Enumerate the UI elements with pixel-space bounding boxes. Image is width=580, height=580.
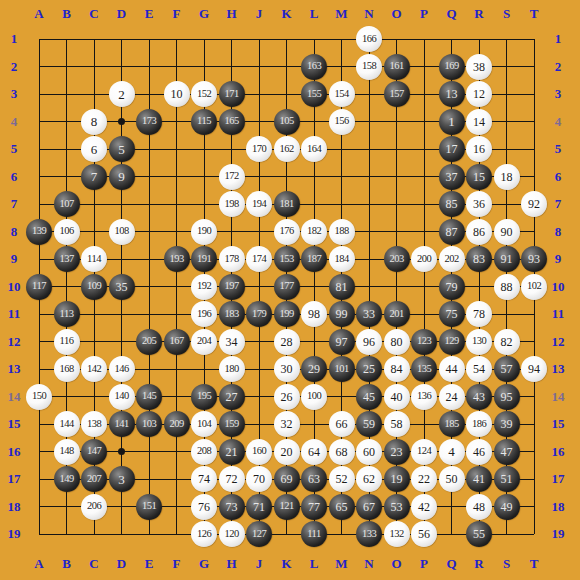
point-L11[interactable]: 98 xyxy=(300,300,328,328)
point-B17[interactable]: 149 xyxy=(53,465,81,493)
point-G11[interactable]: 196 xyxy=(190,300,218,328)
point-C15[interactable]: 138 xyxy=(80,410,108,438)
point-Q5[interactable]: 17 xyxy=(438,135,466,163)
point-E5[interactable] xyxy=(135,135,163,163)
point-B18[interactable] xyxy=(53,493,81,521)
point-K5[interactable]: 162 xyxy=(273,135,301,163)
point-R19[interactable]: 55 xyxy=(465,520,493,548)
point-L13[interactable]: 29 xyxy=(300,355,328,383)
point-O6[interactable] xyxy=(383,163,411,191)
point-B7[interactable]: 107 xyxy=(53,190,81,218)
point-C11[interactable] xyxy=(80,300,108,328)
point-F2[interactable] xyxy=(163,53,191,81)
point-J8[interactable] xyxy=(245,218,273,246)
point-D17[interactable]: 3 xyxy=(108,465,136,493)
point-H5[interactable] xyxy=(218,135,246,163)
point-K8[interactable]: 176 xyxy=(273,218,301,246)
point-P18[interactable]: 42 xyxy=(410,493,438,521)
point-B9[interactable]: 137 xyxy=(53,245,81,273)
point-O9[interactable]: 203 xyxy=(383,245,411,273)
point-L3[interactable]: 155 xyxy=(300,80,328,108)
point-J6[interactable] xyxy=(245,163,273,191)
point-N17[interactable]: 62 xyxy=(355,465,383,493)
point-O3[interactable]: 157 xyxy=(383,80,411,108)
point-A10[interactable]: 117 xyxy=(25,273,53,301)
point-C13[interactable]: 142 xyxy=(80,355,108,383)
point-H10[interactable]: 197 xyxy=(218,273,246,301)
point-A4[interactable] xyxy=(25,108,53,136)
point-F18[interactable] xyxy=(163,493,191,521)
point-E7[interactable] xyxy=(135,190,163,218)
point-G17[interactable]: 74 xyxy=(190,465,218,493)
point-J12[interactable] xyxy=(245,328,273,356)
point-D6[interactable]: 9 xyxy=(108,163,136,191)
point-J9[interactable]: 174 xyxy=(245,245,273,273)
point-C10[interactable]: 109 xyxy=(80,273,108,301)
point-E1[interactable] xyxy=(135,25,163,53)
point-P15[interactable] xyxy=(410,410,438,438)
point-P4[interactable] xyxy=(410,108,438,136)
point-S8[interactable]: 90 xyxy=(493,218,521,246)
point-A14[interactable]: 150 xyxy=(25,383,53,411)
point-G4[interactable]: 115 xyxy=(190,108,218,136)
point-Q13[interactable]: 44 xyxy=(438,355,466,383)
point-A15[interactable] xyxy=(25,410,53,438)
point-G5[interactable] xyxy=(190,135,218,163)
point-Q3[interactable]: 13 xyxy=(438,80,466,108)
point-B1[interactable] xyxy=(53,25,81,53)
point-S9[interactable]: 91 xyxy=(493,245,521,273)
point-T6[interactable] xyxy=(520,163,548,191)
point-R16[interactable]: 46 xyxy=(465,438,493,466)
point-P17[interactable]: 22 xyxy=(410,465,438,493)
point-L2[interactable]: 163 xyxy=(300,53,328,81)
point-D19[interactable] xyxy=(108,520,136,548)
point-B6[interactable] xyxy=(53,163,81,191)
point-O8[interactable] xyxy=(383,218,411,246)
point-S14[interactable]: 95 xyxy=(493,383,521,411)
point-F1[interactable] xyxy=(163,25,191,53)
point-B8[interactable]: 106 xyxy=(53,218,81,246)
point-C2[interactable] xyxy=(80,53,108,81)
point-G12[interactable]: 204 xyxy=(190,328,218,356)
point-B16[interactable]: 148 xyxy=(53,438,81,466)
point-S5[interactable] xyxy=(493,135,521,163)
point-A5[interactable] xyxy=(25,135,53,163)
point-T8[interactable] xyxy=(520,218,548,246)
point-B12[interactable]: 116 xyxy=(53,328,81,356)
point-M18[interactable]: 65 xyxy=(328,493,356,521)
point-Q6[interactable]: 37 xyxy=(438,163,466,191)
point-R12[interactable]: 130 xyxy=(465,328,493,356)
point-F15[interactable]: 209 xyxy=(163,410,191,438)
point-T17[interactable] xyxy=(520,465,548,493)
point-B2[interactable] xyxy=(53,53,81,81)
point-D9[interactable] xyxy=(108,245,136,273)
point-A8[interactable]: 139 xyxy=(25,218,53,246)
point-H19[interactable]: 120 xyxy=(218,520,246,548)
point-T19[interactable] xyxy=(520,520,548,548)
point-K6[interactable] xyxy=(273,163,301,191)
point-Q12[interactable]: 129 xyxy=(438,328,466,356)
point-M2[interactable] xyxy=(328,53,356,81)
point-S3[interactable] xyxy=(493,80,521,108)
point-J11[interactable]: 179 xyxy=(245,300,273,328)
point-R6[interactable]: 15 xyxy=(465,163,493,191)
point-H13[interactable]: 180 xyxy=(218,355,246,383)
point-T3[interactable] xyxy=(520,80,548,108)
point-D8[interactable]: 108 xyxy=(108,218,136,246)
point-B11[interactable]: 113 xyxy=(53,300,81,328)
point-D15[interactable]: 141 xyxy=(108,410,136,438)
point-M17[interactable]: 52 xyxy=(328,465,356,493)
point-C19[interactable] xyxy=(80,520,108,548)
point-O2[interactable]: 161 xyxy=(383,53,411,81)
point-K10[interactable]: 177 xyxy=(273,273,301,301)
point-E13[interactable] xyxy=(135,355,163,383)
point-M8[interactable]: 188 xyxy=(328,218,356,246)
point-C1[interactable] xyxy=(80,25,108,53)
point-R15[interactable]: 186 xyxy=(465,410,493,438)
point-M1[interactable] xyxy=(328,25,356,53)
point-S17[interactable]: 51 xyxy=(493,465,521,493)
point-Q16[interactable]: 4 xyxy=(438,438,466,466)
point-A17[interactable] xyxy=(25,465,53,493)
point-G8[interactable]: 190 xyxy=(190,218,218,246)
point-H3[interactable]: 171 xyxy=(218,80,246,108)
point-J2[interactable] xyxy=(245,53,273,81)
point-S2[interactable] xyxy=(493,53,521,81)
point-A13[interactable] xyxy=(25,355,53,383)
point-F19[interactable] xyxy=(163,520,191,548)
point-C4[interactable]: 8 xyxy=(80,108,108,136)
point-S16[interactable]: 47 xyxy=(493,438,521,466)
point-G10[interactable]: 192 xyxy=(190,273,218,301)
point-N16[interactable]: 60 xyxy=(355,438,383,466)
point-C9[interactable]: 114 xyxy=(80,245,108,273)
point-Q9[interactable]: 202 xyxy=(438,245,466,273)
point-S6[interactable]: 18 xyxy=(493,163,521,191)
point-L17[interactable]: 63 xyxy=(300,465,328,493)
point-F16[interactable] xyxy=(163,438,191,466)
point-H2[interactable] xyxy=(218,53,246,81)
point-B3[interactable] xyxy=(53,80,81,108)
point-N6[interactable] xyxy=(355,163,383,191)
point-C5[interactable]: 6 xyxy=(80,135,108,163)
point-L7[interactable] xyxy=(300,190,328,218)
point-B14[interactable] xyxy=(53,383,81,411)
point-J10[interactable] xyxy=(245,273,273,301)
point-O18[interactable]: 53 xyxy=(383,493,411,521)
point-K18[interactable]: 121 xyxy=(273,493,301,521)
point-R3[interactable]: 12 xyxy=(465,80,493,108)
point-G3[interactable]: 152 xyxy=(190,80,218,108)
point-K17[interactable]: 69 xyxy=(273,465,301,493)
point-M4[interactable]: 156 xyxy=(328,108,356,136)
point-Q15[interactable]: 185 xyxy=(438,410,466,438)
point-E15[interactable]: 103 xyxy=(135,410,163,438)
point-E3[interactable] xyxy=(135,80,163,108)
point-R5[interactable]: 16 xyxy=(465,135,493,163)
point-D14[interactable]: 140 xyxy=(108,383,136,411)
point-M12[interactable]: 97 xyxy=(328,328,356,356)
point-H4[interactable]: 165 xyxy=(218,108,246,136)
point-N5[interactable] xyxy=(355,135,383,163)
point-S11[interactable] xyxy=(493,300,521,328)
point-L9[interactable]: 187 xyxy=(300,245,328,273)
point-G2[interactable] xyxy=(190,53,218,81)
point-F9[interactable]: 193 xyxy=(163,245,191,273)
point-F13[interactable] xyxy=(163,355,191,383)
point-D12[interactable] xyxy=(108,328,136,356)
point-L5[interactable]: 164 xyxy=(300,135,328,163)
point-E14[interactable]: 145 xyxy=(135,383,163,411)
point-O13[interactable]: 84 xyxy=(383,355,411,383)
point-F3[interactable]: 10 xyxy=(163,80,191,108)
point-O4[interactable] xyxy=(383,108,411,136)
point-O11[interactable]: 201 xyxy=(383,300,411,328)
point-O14[interactable]: 40 xyxy=(383,383,411,411)
point-K16[interactable]: 20 xyxy=(273,438,301,466)
point-P13[interactable]: 135 xyxy=(410,355,438,383)
point-K4[interactable]: 105 xyxy=(273,108,301,136)
point-H9[interactable]: 178 xyxy=(218,245,246,273)
point-P14[interactable]: 136 xyxy=(410,383,438,411)
point-A9[interactable] xyxy=(25,245,53,273)
point-K12[interactable]: 28 xyxy=(273,328,301,356)
point-D3[interactable]: 2 xyxy=(108,80,136,108)
point-A3[interactable] xyxy=(25,80,53,108)
point-E11[interactable] xyxy=(135,300,163,328)
point-N12[interactable]: 96 xyxy=(355,328,383,356)
point-L16[interactable]: 64 xyxy=(300,438,328,466)
point-T4[interactable] xyxy=(520,108,548,136)
point-E6[interactable] xyxy=(135,163,163,191)
point-Q17[interactable]: 50 xyxy=(438,465,466,493)
point-K1[interactable] xyxy=(273,25,301,53)
point-E2[interactable] xyxy=(135,53,163,81)
point-H6[interactable]: 172 xyxy=(218,163,246,191)
point-E4[interactable]: 173 xyxy=(135,108,163,136)
point-G13[interactable] xyxy=(190,355,218,383)
point-K15[interactable]: 32 xyxy=(273,410,301,438)
point-T14[interactable] xyxy=(520,383,548,411)
point-J19[interactable]: 127 xyxy=(245,520,273,548)
point-E19[interactable] xyxy=(135,520,163,548)
point-D16[interactable] xyxy=(108,438,136,466)
point-C12[interactable] xyxy=(80,328,108,356)
point-M19[interactable] xyxy=(328,520,356,548)
point-F10[interactable] xyxy=(163,273,191,301)
point-J15[interactable] xyxy=(245,410,273,438)
point-M7[interactable] xyxy=(328,190,356,218)
point-R18[interactable]: 48 xyxy=(465,493,493,521)
point-E8[interactable] xyxy=(135,218,163,246)
point-R7[interactable]: 36 xyxy=(465,190,493,218)
point-Q2[interactable]: 169 xyxy=(438,53,466,81)
point-A16[interactable] xyxy=(25,438,53,466)
point-N1[interactable]: 166 xyxy=(355,25,383,53)
point-C14[interactable] xyxy=(80,383,108,411)
point-K19[interactable] xyxy=(273,520,301,548)
point-B19[interactable] xyxy=(53,520,81,548)
point-O10[interactable] xyxy=(383,273,411,301)
point-M15[interactable]: 66 xyxy=(328,410,356,438)
point-M6[interactable] xyxy=(328,163,356,191)
point-P11[interactable] xyxy=(410,300,438,328)
point-M9[interactable]: 184 xyxy=(328,245,356,273)
point-L4[interactable] xyxy=(300,108,328,136)
point-F11[interactable] xyxy=(163,300,191,328)
point-Q19[interactable] xyxy=(438,520,466,548)
point-G6[interactable] xyxy=(190,163,218,191)
point-N2[interactable]: 158 xyxy=(355,53,383,81)
point-E17[interactable] xyxy=(135,465,163,493)
point-Q8[interactable]: 87 xyxy=(438,218,466,246)
point-R8[interactable]: 86 xyxy=(465,218,493,246)
point-M3[interactable]: 154 xyxy=(328,80,356,108)
point-Q7[interactable]: 85 xyxy=(438,190,466,218)
point-N3[interactable] xyxy=(355,80,383,108)
point-Q10[interactable]: 79 xyxy=(438,273,466,301)
point-G18[interactable]: 76 xyxy=(190,493,218,521)
point-L15[interactable] xyxy=(300,410,328,438)
point-N13[interactable]: 25 xyxy=(355,355,383,383)
point-J1[interactable] xyxy=(245,25,273,53)
point-M13[interactable]: 101 xyxy=(328,355,356,383)
point-Q4[interactable]: 1 xyxy=(438,108,466,136)
point-K9[interactable]: 153 xyxy=(273,245,301,273)
point-L1[interactable] xyxy=(300,25,328,53)
point-S19[interactable] xyxy=(493,520,521,548)
point-D7[interactable] xyxy=(108,190,136,218)
point-R13[interactable]: 54 xyxy=(465,355,493,383)
point-R14[interactable]: 43 xyxy=(465,383,493,411)
point-T1[interactable] xyxy=(520,25,548,53)
point-A18[interactable] xyxy=(25,493,53,521)
point-M11[interactable]: 99 xyxy=(328,300,356,328)
point-T2[interactable] xyxy=(520,53,548,81)
point-S1[interactable] xyxy=(493,25,521,53)
point-N18[interactable]: 67 xyxy=(355,493,383,521)
point-S12[interactable]: 82 xyxy=(493,328,521,356)
point-A7[interactable] xyxy=(25,190,53,218)
point-N10[interactable] xyxy=(355,273,383,301)
point-O19[interactable]: 132 xyxy=(383,520,411,548)
point-P19[interactable]: 56 xyxy=(410,520,438,548)
point-N8[interactable] xyxy=(355,218,383,246)
point-L6[interactable] xyxy=(300,163,328,191)
point-B13[interactable]: 168 xyxy=(53,355,81,383)
point-H12[interactable]: 34 xyxy=(218,328,246,356)
point-D2[interactable] xyxy=(108,53,136,81)
point-R11[interactable]: 78 xyxy=(465,300,493,328)
point-H7[interactable]: 198 xyxy=(218,190,246,218)
point-P5[interactable] xyxy=(410,135,438,163)
point-E12[interactable]: 205 xyxy=(135,328,163,356)
point-F17[interactable] xyxy=(163,465,191,493)
point-D11[interactable] xyxy=(108,300,136,328)
point-F7[interactable] xyxy=(163,190,191,218)
point-S4[interactable] xyxy=(493,108,521,136)
point-J3[interactable] xyxy=(245,80,273,108)
point-L10[interactable] xyxy=(300,273,328,301)
point-H8[interactable] xyxy=(218,218,246,246)
point-Q18[interactable] xyxy=(438,493,466,521)
point-T12[interactable] xyxy=(520,328,548,356)
point-H14[interactable]: 27 xyxy=(218,383,246,411)
point-Q11[interactable]: 75 xyxy=(438,300,466,328)
point-A19[interactable] xyxy=(25,520,53,548)
point-B10[interactable] xyxy=(53,273,81,301)
point-M14[interactable] xyxy=(328,383,356,411)
point-P8[interactable] xyxy=(410,218,438,246)
point-O12[interactable]: 80 xyxy=(383,328,411,356)
point-T18[interactable] xyxy=(520,493,548,521)
point-P9[interactable]: 200 xyxy=(410,245,438,273)
point-Q14[interactable]: 24 xyxy=(438,383,466,411)
point-S7[interactable] xyxy=(493,190,521,218)
point-L14[interactable]: 100 xyxy=(300,383,328,411)
point-H15[interactable]: 159 xyxy=(218,410,246,438)
point-J14[interactable] xyxy=(245,383,273,411)
point-F8[interactable] xyxy=(163,218,191,246)
point-T15[interactable] xyxy=(520,410,548,438)
point-K2[interactable] xyxy=(273,53,301,81)
point-G16[interactable]: 208 xyxy=(190,438,218,466)
point-J5[interactable]: 170 xyxy=(245,135,273,163)
point-P3[interactable] xyxy=(410,80,438,108)
point-N14[interactable]: 45 xyxy=(355,383,383,411)
point-B5[interactable] xyxy=(53,135,81,163)
point-P1[interactable] xyxy=(410,25,438,53)
point-H17[interactable]: 72 xyxy=(218,465,246,493)
point-G1[interactable] xyxy=(190,25,218,53)
point-T16[interactable] xyxy=(520,438,548,466)
point-N11[interactable]: 33 xyxy=(355,300,383,328)
point-H18[interactable]: 73 xyxy=(218,493,246,521)
point-L8[interactable]: 182 xyxy=(300,218,328,246)
point-L19[interactable]: 111 xyxy=(300,520,328,548)
point-T11[interactable] xyxy=(520,300,548,328)
point-J7[interactable]: 194 xyxy=(245,190,273,218)
point-R10[interactable] xyxy=(465,273,493,301)
point-R17[interactable]: 41 xyxy=(465,465,493,493)
point-M5[interactable] xyxy=(328,135,356,163)
point-A2[interactable] xyxy=(25,53,53,81)
point-G14[interactable]: 195 xyxy=(190,383,218,411)
point-S10[interactable]: 88 xyxy=(493,273,521,301)
point-C8[interactable] xyxy=(80,218,108,246)
point-A11[interactable] xyxy=(25,300,53,328)
point-L18[interactable]: 77 xyxy=(300,493,328,521)
point-T5[interactable] xyxy=(520,135,548,163)
point-K3[interactable] xyxy=(273,80,301,108)
point-D4[interactable] xyxy=(108,108,136,136)
point-C3[interactable] xyxy=(80,80,108,108)
point-N15[interactable]: 59 xyxy=(355,410,383,438)
point-O17[interactable]: 19 xyxy=(383,465,411,493)
point-E10[interactable] xyxy=(135,273,163,301)
point-P6[interactable] xyxy=(410,163,438,191)
point-F14[interactable] xyxy=(163,383,191,411)
point-S13[interactable]: 57 xyxy=(493,355,521,383)
point-Q1[interactable] xyxy=(438,25,466,53)
point-S15[interactable]: 39 xyxy=(493,410,521,438)
point-T13[interactable]: 94 xyxy=(520,355,548,383)
point-B4[interactable] xyxy=(53,108,81,136)
point-K11[interactable]: 199 xyxy=(273,300,301,328)
